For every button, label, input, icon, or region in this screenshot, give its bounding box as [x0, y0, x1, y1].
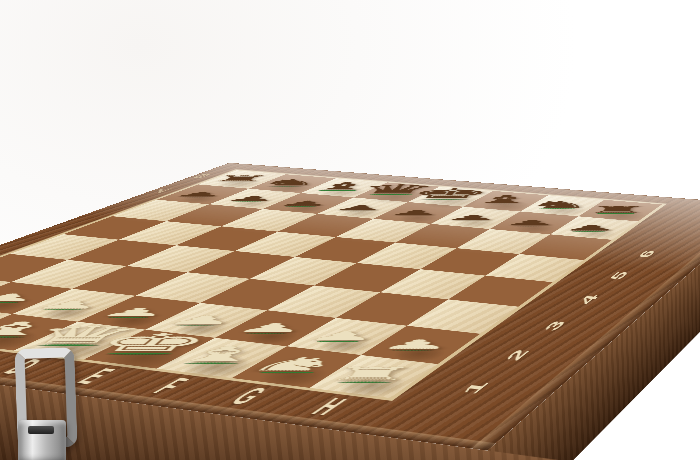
chess-set-photo: DEFGH12345678 ♜♞♝♛♚♝♞♜♟♟♟♟♟♟♟♟♟♟♟♟♟♟♟♟♜♞… — [0, 0, 700, 460]
rook-glyph: ♜ — [313, 365, 427, 383]
rank-label-right-5: 5 — [605, 271, 633, 281]
pawn-glyph: ♟ — [325, 204, 393, 211]
scene-3d: DEFGH12345678 ♜♞♝♛♚♝♞♜♟♟♟♟♟♟♟♟♟♟♟♟♟♟♟♟♜♞… — [0, 0, 700, 460]
pawn-glyph: ♟ — [438, 214, 505, 221]
pieces-layer: ♜♞♝♛♚♝♞♜♟♟♟♟♟♟♟♟♟♟♟♟♟♟♟♟♜♞♝♛♚♝♞♜ — [229, 163, 700, 205]
pawn-glyph: ♟ — [157, 314, 247, 326]
rank-label-right-6: 6 — [633, 250, 659, 259]
pawn-glyph: ♟ — [217, 195, 285, 202]
pawn-glyph: ♟ — [557, 224, 624, 232]
rank-label-right-3: 3 — [539, 320, 571, 332]
pawn-glyph: ♟ — [271, 200, 339, 207]
clasp-slot-icon — [28, 426, 54, 434]
rank-label-right-1: 1 — [456, 381, 493, 396]
rank-label-right-4: 4 — [574, 294, 604, 305]
pawn-glyph: ♟ — [497, 219, 564, 227]
rook-glyph: ♜ — [579, 205, 654, 214]
clasp[interactable] — [6, 348, 86, 460]
rank-label-right-2: 2 — [500, 348, 534, 361]
pawn-glyph: ♟ — [381, 209, 449, 216]
pawn-glyph: ♟ — [371, 338, 461, 351]
board-plane: DEFGH12345678 ♜♞♝♛♚♝♞♜♟♟♟♟♟♟♟♟♟♟♟♟♟♟♟♟♜♞… — [0, 163, 700, 451]
pawn-glyph: ♟ — [226, 322, 316, 334]
file-label-g: G — [218, 383, 276, 411]
file-label-f: F — [141, 373, 198, 400]
pawn-glyph: ♟ — [297, 330, 387, 342]
